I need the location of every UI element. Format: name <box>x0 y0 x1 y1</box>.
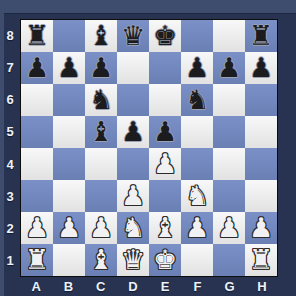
square-b2[interactable]: ♟ <box>53 212 85 244</box>
square-a7[interactable]: ♟ <box>21 52 53 84</box>
file-labels: ABCDEFGH <box>20 277 278 296</box>
square-g2[interactable]: ♟ <box>213 212 245 244</box>
white-knight-piece[interactable]: ♞ <box>117 212 149 244</box>
black-knight-piece[interactable]: ♞ <box>181 84 213 116</box>
rank-label-5: 5 <box>0 116 20 148</box>
black-pawn-piece[interactable]: ♟ <box>21 52 53 84</box>
file-label-h: H <box>246 277 278 296</box>
rank-label-3: 3 <box>0 180 20 212</box>
white-bishop-piece[interactable]: ♝ <box>85 244 117 276</box>
square-d3[interactable]: ♟ <box>117 180 149 212</box>
square-e1[interactable]: ♚ <box>149 244 181 276</box>
white-queen-piece[interactable]: ♛ <box>117 244 149 276</box>
white-pawn-piece[interactable]: ♟ <box>53 212 85 244</box>
square-b1[interactable] <box>53 244 85 276</box>
square-e4[interactable]: ♟ <box>149 148 181 180</box>
file-label-a: A <box>20 277 52 296</box>
square-c4[interactable] <box>85 148 117 180</box>
square-f6[interactable]: ♞ <box>181 84 213 116</box>
square-b5[interactable] <box>53 116 85 148</box>
white-pawn-piece[interactable]: ♟ <box>213 212 245 244</box>
square-a3[interactable] <box>21 180 53 212</box>
rank-label-1: 1 <box>0 245 20 277</box>
square-c8[interactable]: ♝ <box>85 20 117 52</box>
square-g4[interactable] <box>213 148 245 180</box>
square-e8[interactable]: ♚ <box>149 20 181 52</box>
rank-label-2: 2 <box>0 213 20 245</box>
square-a6[interactable] <box>21 84 53 116</box>
white-pawn-piece[interactable]: ♟ <box>245 212 277 244</box>
square-d6[interactable] <box>117 84 149 116</box>
square-d4[interactable] <box>117 148 149 180</box>
square-e6[interactable] <box>149 84 181 116</box>
chess-diagram: 87654321 ♜♝♛♚♜♟♟♟♟♟♟♞♞♝♟♟♟♟♞♟♟♟♞♝♟♟♟♜♝♛♚… <box>0 0 296 296</box>
black-pawn-piece[interactable]: ♟ <box>85 52 117 84</box>
square-c3[interactable] <box>85 180 117 212</box>
square-g3[interactable] <box>213 180 245 212</box>
square-g8[interactable] <box>213 20 245 52</box>
square-g5[interactable] <box>213 116 245 148</box>
square-d7[interactable] <box>117 52 149 84</box>
file-label-c: C <box>85 277 117 296</box>
file-label-d: D <box>117 277 149 296</box>
square-f2[interactable]: ♟ <box>181 212 213 244</box>
square-g7[interactable]: ♟ <box>213 52 245 84</box>
white-pawn-piece[interactable]: ♟ <box>149 148 181 180</box>
square-g1[interactable] <box>213 244 245 276</box>
square-f1[interactable] <box>181 244 213 276</box>
white-bishop-piece[interactable]: ♝ <box>149 212 181 244</box>
rank-labels: 87654321 <box>0 19 20 277</box>
square-a4[interactable] <box>21 148 53 180</box>
square-c7[interactable]: ♟ <box>85 52 117 84</box>
square-a8[interactable]: ♜ <box>21 20 53 52</box>
white-knight-piece[interactable]: ♞ <box>181 180 213 212</box>
file-label-b: B <box>52 277 84 296</box>
square-f5[interactable] <box>181 116 213 148</box>
square-d2[interactable]: ♞ <box>117 212 149 244</box>
rank-label-6: 6 <box>0 84 20 116</box>
square-f4[interactable] <box>181 148 213 180</box>
rank-label-4: 4 <box>0 148 20 180</box>
chess-board: ♜♝♛♚♜♟♟♟♟♟♟♞♞♝♟♟♟♟♞♟♟♟♞♝♟♟♟♜♝♛♚♜ <box>20 19 278 277</box>
square-b8[interactable] <box>53 20 85 52</box>
black-pawn-piece[interactable]: ♟ <box>149 116 181 148</box>
black-pawn-piece[interactable]: ♟ <box>181 52 213 84</box>
frame-bevel-top <box>0 0 296 14</box>
square-b4[interactable] <box>53 148 85 180</box>
black-rook-piece[interactable]: ♜ <box>21 20 53 52</box>
square-c1[interactable]: ♝ <box>85 244 117 276</box>
white-rook-piece[interactable]: ♜ <box>21 244 53 276</box>
square-h7[interactable]: ♟ <box>245 52 277 84</box>
square-a5[interactable] <box>21 116 53 148</box>
square-d1[interactable]: ♛ <box>117 244 149 276</box>
square-h6[interactable] <box>245 84 277 116</box>
square-h1[interactable]: ♜ <box>245 244 277 276</box>
square-f8[interactable] <box>181 20 213 52</box>
white-rook-piece[interactable]: ♜ <box>245 244 277 276</box>
black-pawn-piece[interactable]: ♟ <box>245 52 277 84</box>
file-label-f: F <box>181 277 213 296</box>
square-c2[interactable]: ♟ <box>85 212 117 244</box>
black-king-piece[interactable]: ♚ <box>149 20 181 52</box>
rank-label-7: 7 <box>0 51 20 83</box>
white-pawn-piece[interactable]: ♟ <box>181 212 213 244</box>
square-a2[interactable]: ♟ <box>21 212 53 244</box>
square-h3[interactable] <box>245 180 277 212</box>
square-e7[interactable] <box>149 52 181 84</box>
square-b3[interactable] <box>53 180 85 212</box>
square-e3[interactable] <box>149 180 181 212</box>
rank-label-8: 8 <box>0 19 20 51</box>
file-label-g: G <box>214 277 246 296</box>
file-label-e: E <box>149 277 181 296</box>
square-h2[interactable]: ♟ <box>245 212 277 244</box>
square-a1[interactable]: ♜ <box>21 244 53 276</box>
square-d5[interactable]: ♟ <box>117 116 149 148</box>
white-king-piece[interactable]: ♚ <box>149 244 181 276</box>
black-bishop-piece[interactable]: ♝ <box>85 116 117 148</box>
square-d8[interactable]: ♛ <box>117 20 149 52</box>
black-rook-piece[interactable]: ♜ <box>245 20 277 52</box>
square-c6[interactable]: ♞ <box>85 84 117 116</box>
square-f7[interactable]: ♟ <box>181 52 213 84</box>
black-pawn-piece[interactable]: ♟ <box>53 52 85 84</box>
white-pawn-piece[interactable]: ♟ <box>85 212 117 244</box>
black-pawn-piece[interactable]: ♟ <box>117 116 149 148</box>
square-e2[interactable]: ♝ <box>149 212 181 244</box>
square-f3[interactable]: ♞ <box>181 180 213 212</box>
square-e5[interactable]: ♟ <box>149 116 181 148</box>
black-queen-piece[interactable]: ♛ <box>117 20 149 52</box>
square-h4[interactable] <box>245 148 277 180</box>
square-h8[interactable]: ♜ <box>245 20 277 52</box>
square-c5[interactable]: ♝ <box>85 116 117 148</box>
square-b6[interactable] <box>53 84 85 116</box>
white-pawn-piece[interactable]: ♟ <box>117 180 149 212</box>
white-pawn-piece[interactable]: ♟ <box>21 212 53 244</box>
square-g6[interactable] <box>213 84 245 116</box>
black-pawn-piece[interactable]: ♟ <box>213 52 245 84</box>
black-bishop-piece[interactable]: ♝ <box>85 20 117 52</box>
black-knight-piece[interactable]: ♞ <box>85 84 117 116</box>
square-b7[interactable]: ♟ <box>53 52 85 84</box>
square-h5[interactable] <box>245 116 277 148</box>
